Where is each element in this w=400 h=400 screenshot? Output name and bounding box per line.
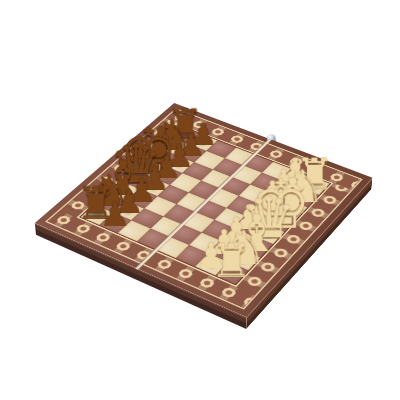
board-surface: ♜♞♝♛♚♝♞♜♟♟♟♟♟♟♟♟♟♟♟♟♟♟♟♟♜♞♝♛♚♝♞♜ xyxy=(35,103,373,317)
product-photo: ♜♞♝♛♚♝♞♜♟♟♟♟♟♟♟♟♟♟♟♟♟♟♟♟♜♞♝♛♚♝♞♜ xyxy=(0,0,400,400)
